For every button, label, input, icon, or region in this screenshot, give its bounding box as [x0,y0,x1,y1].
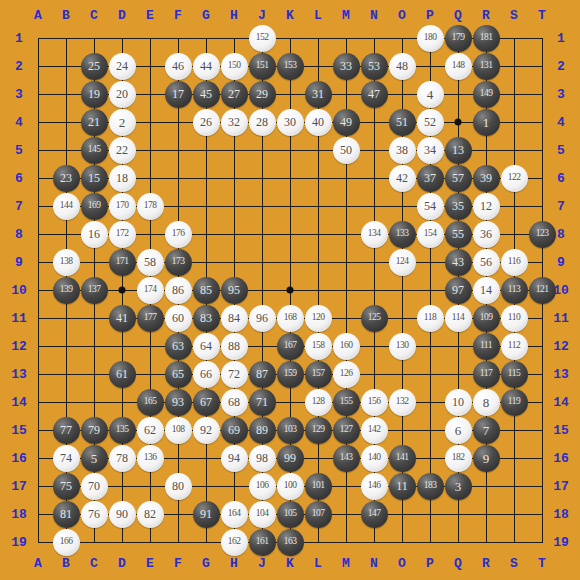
stone-E10-move-174[interactable]: 174 [137,277,164,304]
stone-E16-move-136[interactable]: 136 [137,445,164,472]
stone-R12-move-111[interactable]: 111 [473,333,500,360]
stone-P3-move-4[interactable]: 4 [417,81,444,108]
stone-K2-move-153[interactable]: 153 [277,53,304,80]
stone-K13-move-159[interactable]: 159 [277,361,304,388]
stone-L3-move-31[interactable]: 31 [305,81,332,108]
stone-M15-move-127[interactable]: 127 [333,417,360,444]
stone-P4-move-52[interactable]: 52 [417,109,444,136]
stone-C17-move-70[interactable]: 70 [81,473,108,500]
go-board-screen: ABCDEFGHJKLMNOPQRST ABCDEFGHJKLMNOPQRST … [0,0,580,580]
stone-B15-move-77[interactable]: 77 [53,417,80,444]
stone-F12-move-63[interactable]: 63 [165,333,192,360]
stone-G11-move-83[interactable]: 83 [193,305,220,332]
stone-H2-move-150[interactable]: 150 [221,53,248,80]
stone-H13-move-72[interactable]: 72 [221,361,248,388]
stone-R1-move-181[interactable]: 181 [473,25,500,52]
stone-E18-move-82[interactable]: 82 [137,501,164,528]
stone-R14-move-8[interactable]: 8 [473,389,500,416]
stone-N11-move-125[interactable]: 125 [361,305,388,332]
stone-O12-move-130[interactable]: 130 [389,333,416,360]
stone-R8-move-36[interactable]: 36 [473,221,500,248]
stone-D8-move-172[interactable]: 172 [109,221,136,248]
stone-C5-move-145[interactable]: 145 [81,137,108,164]
stone-C10-move-137[interactable]: 137 [81,277,108,304]
stone-D2-move-24[interactable]: 24 [109,53,136,80]
stone-J17-move-106[interactable]: 106 [249,473,276,500]
stone-O4-move-51[interactable]: 51 [389,109,416,136]
stone-C4-move-21[interactable]: 21 [81,109,108,136]
stone-R10-move-14[interactable]: 14 [473,277,500,304]
stone-O17-move-11[interactable]: 11 [389,473,416,500]
stone-F2-move-46[interactable]: 46 [165,53,192,80]
stone-J15-move-89[interactable]: 89 [249,417,276,444]
stone-B19-move-166[interactable]: 166 [53,529,80,556]
stone-L13-move-157[interactable]: 157 [305,361,332,388]
stone-D11-move-41[interactable]: 41 [109,305,136,332]
stone-N14-move-156[interactable]: 156 [361,389,388,416]
stone-E9-move-58[interactable]: 58 [137,249,164,276]
stone-P1-move-180[interactable]: 180 [417,25,444,52]
stone-S14-move-119[interactable]: 119 [501,389,528,416]
stone-Q10-move-97[interactable]: 97 [445,277,472,304]
stone-R6-move-39[interactable]: 39 [473,165,500,192]
stone-O5-move-38[interactable]: 38 [389,137,416,164]
stone-J1-move-152[interactable]: 152 [249,25,276,52]
stone-K4-move-30[interactable]: 30 [277,109,304,136]
stone-M13-move-126[interactable]: 126 [333,361,360,388]
stone-J19-move-161[interactable]: 161 [249,529,276,556]
stone-K17-move-100[interactable]: 100 [277,473,304,500]
stone-R3-move-149[interactable]: 149 [473,81,500,108]
stone-E14-move-165[interactable]: 165 [137,389,164,416]
stone-R16-move-9[interactable]: 9 [473,445,500,472]
stones-grid: 1234567891011121314151617181920212223242… [24,24,556,556]
stone-E7-move-178[interactable]: 178 [137,193,164,220]
stone-O16-move-141[interactable]: 141 [389,445,416,472]
stone-P5-move-34[interactable]: 34 [417,137,444,164]
stone-D18-move-90[interactable]: 90 [109,501,136,528]
stone-N2-move-53[interactable]: 53 [361,53,388,80]
stone-F17-move-80[interactable]: 80 [165,473,192,500]
stone-F11-move-60[interactable]: 60 [165,305,192,332]
stone-O8-move-133[interactable]: 133 [389,221,416,248]
stone-K11-move-168[interactable]: 168 [277,305,304,332]
stone-N8-move-134[interactable]: 134 [361,221,388,248]
stone-L11-move-120[interactable]: 120 [305,305,332,332]
stone-N16-move-140[interactable]: 140 [361,445,388,472]
stone-M5-move-50[interactable]: 50 [333,137,360,164]
stone-J2-move-151[interactable]: 151 [249,53,276,80]
stone-D13-move-61[interactable]: 61 [109,361,136,388]
stone-H18-move-164[interactable]: 164 [221,501,248,528]
stone-F14-move-93[interactable]: 93 [165,389,192,416]
stone-P8-move-154[interactable]: 154 [417,221,444,248]
stone-M4-move-49[interactable]: 49 [333,109,360,136]
stone-C2-move-25[interactable]: 25 [81,53,108,80]
stone-E11-move-177[interactable]: 177 [137,305,164,332]
stone-R2-move-131[interactable]: 131 [473,53,500,80]
stone-L12-move-158[interactable]: 158 [305,333,332,360]
stone-M16-move-143[interactable]: 143 [333,445,360,472]
stone-L14-move-128[interactable]: 128 [305,389,332,416]
stone-D4-move-2[interactable]: 2 [109,109,136,136]
stone-Q9-move-43[interactable]: 43 [445,249,472,276]
stone-Q2-move-148[interactable]: 148 [445,53,472,80]
stone-K15-move-103[interactable]: 103 [277,417,304,444]
stone-K12-move-167[interactable]: 167 [277,333,304,360]
stone-Q14-move-10[interactable]: 10 [445,389,472,416]
stone-F9-move-173[interactable]: 173 [165,249,192,276]
stone-H12-move-88[interactable]: 88 [221,333,248,360]
stone-O9-move-124[interactable]: 124 [389,249,416,276]
stone-L15-move-129[interactable]: 129 [305,417,332,444]
stone-G2-move-44[interactable]: 44 [193,53,220,80]
stone-K18-move-105[interactable]: 105 [277,501,304,528]
stone-T10-move-121[interactable]: 121 [529,277,556,304]
stone-D16-move-78[interactable]: 78 [109,445,136,472]
stone-Q1-move-179[interactable]: 179 [445,25,472,52]
stone-K16-move-99[interactable]: 99 [277,445,304,472]
stone-F10-move-86[interactable]: 86 [165,277,192,304]
stone-G15-move-92[interactable]: 92 [193,417,220,444]
stone-L18-move-107[interactable]: 107 [305,501,332,528]
stone-G10-move-85[interactable]: 85 [193,277,220,304]
stone-H3-move-27[interactable]: 27 [221,81,248,108]
stone-J3-move-29[interactable]: 29 [249,81,276,108]
stone-E15-move-62[interactable]: 62 [137,417,164,444]
stone-S11-move-110[interactable]: 110 [501,305,528,332]
stone-J11-move-96[interactable]: 96 [249,305,276,332]
stone-F15-move-108[interactable]: 108 [165,417,192,444]
stone-Q16-move-182[interactable]: 182 [445,445,472,472]
stone-O14-move-132[interactable]: 132 [389,389,416,416]
stone-Q11-move-114[interactable]: 114 [445,305,472,332]
stone-D9-move-171[interactable]: 171 [109,249,136,276]
stone-C6-move-15[interactable]: 15 [81,165,108,192]
stone-R4-move-1[interactable]: 1 [473,109,500,136]
stone-R15-move-7[interactable]: 7 [473,417,500,444]
stone-G3-move-45[interactable]: 45 [193,81,220,108]
stone-C18-move-76[interactable]: 76 [81,501,108,528]
stone-C15-move-79[interactable]: 79 [81,417,108,444]
stone-K19-move-163[interactable]: 163 [277,529,304,556]
stone-P11-move-118[interactable]: 118 [417,305,444,332]
stone-H14-move-68[interactable]: 68 [221,389,248,416]
stone-B9-move-138[interactable]: 138 [53,249,80,276]
stone-S9-move-116[interactable]: 116 [501,249,528,276]
stone-M12-move-160[interactable]: 160 [333,333,360,360]
stone-B10-move-139[interactable]: 139 [53,277,80,304]
stone-J18-move-104[interactable]: 104 [249,501,276,528]
stone-M2-move-33[interactable]: 33 [333,53,360,80]
stone-F13-move-65[interactable]: 65 [165,361,192,388]
stone-J4-move-28[interactable]: 28 [249,109,276,136]
stone-Q15-move-6[interactable]: 6 [445,417,472,444]
stone-C8-move-16[interactable]: 16 [81,221,108,248]
stone-L4-move-40[interactable]: 40 [305,109,332,136]
stone-N18-move-147[interactable]: 147 [361,501,388,528]
stone-H19-move-162[interactable]: 162 [221,529,248,556]
stone-H10-move-95[interactable]: 95 [221,277,248,304]
stone-B6-move-23[interactable]: 23 [53,165,80,192]
stone-P6-move-37[interactable]: 37 [417,165,444,192]
stone-B18-move-81[interactable]: 81 [53,501,80,528]
stone-R7-move-12[interactable]: 12 [473,193,500,220]
stone-T8-move-123[interactable]: 123 [529,221,556,248]
go-board[interactable]: 1234567891011121314151617181920212223242… [24,24,556,556]
stone-R11-move-109[interactable]: 109 [473,305,500,332]
stone-G13-move-66[interactable]: 66 [193,361,220,388]
stone-G4-move-26[interactable]: 26 [193,109,220,136]
stone-S13-move-115[interactable]: 115 [501,361,528,388]
stone-R9-move-56[interactable]: 56 [473,249,500,276]
stone-C3-move-19[interactable]: 19 [81,81,108,108]
stone-D5-move-22[interactable]: 22 [109,137,136,164]
stone-M14-move-155[interactable]: 155 [333,389,360,416]
stone-Q17-move-3[interactable]: 3 [445,473,472,500]
stone-Q6-move-57[interactable]: 57 [445,165,472,192]
stone-F3-move-17[interactable]: 17 [165,81,192,108]
stone-J14-move-71[interactable]: 71 [249,389,276,416]
stone-O2-move-48[interactable]: 48 [389,53,416,80]
stone-J16-move-98[interactable]: 98 [249,445,276,472]
stone-J13-move-87[interactable]: 87 [249,361,276,388]
stone-N15-move-142[interactable]: 142 [361,417,388,444]
stone-D7-move-170[interactable]: 170 [109,193,136,220]
stone-H4-move-32[interactable]: 32 [221,109,248,136]
stone-P17-move-183[interactable]: 183 [417,473,444,500]
stone-R13-move-117[interactable]: 117 [473,361,500,388]
stone-B16-move-74[interactable]: 74 [53,445,80,472]
stone-H15-move-69[interactable]: 69 [221,417,248,444]
stone-F8-move-176[interactable]: 176 [165,221,192,248]
stone-D15-move-135[interactable]: 135 [109,417,136,444]
stone-H11-move-84[interactable]: 84 [221,305,248,332]
stone-D3-move-20[interactable]: 20 [109,81,136,108]
stone-B7-move-144[interactable]: 144 [53,193,80,220]
stone-Q8-move-55[interactable]: 55 [445,221,472,248]
stone-O6-move-42[interactable]: 42 [389,165,416,192]
stone-N3-move-47[interactable]: 47 [361,81,388,108]
stone-B17-move-75[interactable]: 75 [53,473,80,500]
stone-G12-move-64[interactable]: 64 [193,333,220,360]
stone-L17-move-101[interactable]: 101 [305,473,332,500]
stone-S6-move-122[interactable]: 122 [501,165,528,192]
stone-Q5-move-13[interactable]: 13 [445,137,472,164]
stone-D6-move-18[interactable]: 18 [109,165,136,192]
stone-C16-move-5[interactable]: 5 [81,445,108,472]
stone-P7-move-54[interactable]: 54 [417,193,444,220]
stone-S12-move-112[interactable]: 112 [501,333,528,360]
stone-H16-move-94[interactable]: 94 [221,445,248,472]
stone-S10-move-113[interactable]: 113 [501,277,528,304]
stone-Q7-move-35[interactable]: 35 [445,193,472,220]
stone-G14-move-67[interactable]: 67 [193,389,220,416]
stone-N17-move-146[interactable]: 146 [361,473,388,500]
stone-C7-move-169[interactable]: 169 [81,193,108,220]
stone-G18-move-91[interactable]: 91 [193,501,220,528]
